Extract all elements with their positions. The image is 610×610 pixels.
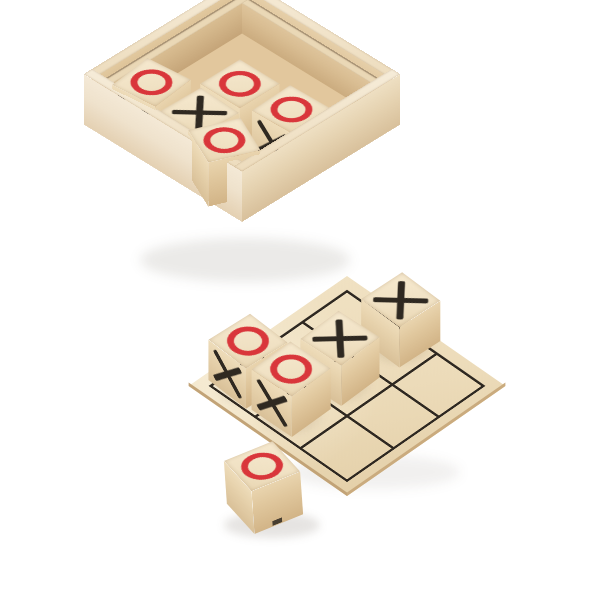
shadow xyxy=(140,238,350,282)
storage-box xyxy=(84,27,401,222)
product-photo-scene xyxy=(0,0,610,610)
